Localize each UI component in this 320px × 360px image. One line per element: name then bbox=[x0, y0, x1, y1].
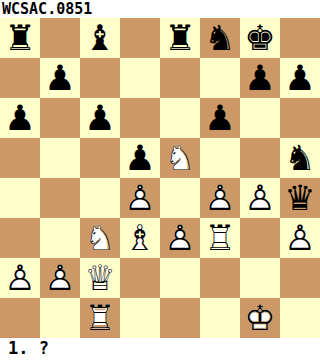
square-a6[interactable]: ♟ bbox=[0, 98, 40, 138]
square-h7[interactable]: ♟ bbox=[280, 58, 320, 98]
square-e1[interactable] bbox=[160, 298, 200, 338]
square-f4[interactable]: ♟♙ bbox=[200, 178, 240, 218]
square-h4[interactable]: ♛ bbox=[280, 178, 320, 218]
square-a2[interactable]: ♟♙ bbox=[0, 258, 40, 298]
square-b6[interactable] bbox=[40, 98, 80, 138]
square-h6[interactable] bbox=[280, 98, 320, 138]
piece-black-pawn: ♟ bbox=[0, 98, 40, 138]
square-b4[interactable] bbox=[40, 178, 80, 218]
square-b3[interactable] bbox=[40, 218, 80, 258]
square-b5[interactable] bbox=[40, 138, 80, 178]
piece-white-pawn: ♙ bbox=[240, 178, 280, 218]
piece-black-queen: ♛ bbox=[280, 178, 320, 218]
square-d8[interactable] bbox=[120, 18, 160, 58]
square-f1[interactable] bbox=[200, 298, 240, 338]
square-f8[interactable]: ♞ bbox=[200, 18, 240, 58]
square-h3[interactable]: ♟♙ bbox=[280, 218, 320, 258]
square-b2[interactable]: ♟♙ bbox=[40, 258, 80, 298]
square-c2[interactable]: ♛♕ bbox=[80, 258, 120, 298]
square-g4[interactable]: ♟♙ bbox=[240, 178, 280, 218]
square-e8[interactable]: ♜ bbox=[160, 18, 200, 58]
square-a5[interactable] bbox=[0, 138, 40, 178]
square-c6[interactable]: ♟ bbox=[80, 98, 120, 138]
square-c7[interactable] bbox=[80, 58, 120, 98]
square-e2[interactable] bbox=[160, 258, 200, 298]
square-c8[interactable]: ♝ bbox=[80, 18, 120, 58]
piece-white-rook: ♖ bbox=[80, 298, 120, 338]
chess-program-window: WCSAC.0851 ♜♝♜♞♚♟♟♟♟♟♟♟♞♘♞♟♙♟♙♟♙♛♞♘♝♗♟♙♜… bbox=[0, 0, 320, 360]
square-e6[interactable] bbox=[160, 98, 200, 138]
white-pawn-body: ♟ bbox=[200, 178, 240, 218]
piece-black-knight: ♞ bbox=[280, 138, 320, 178]
square-d6[interactable] bbox=[120, 98, 160, 138]
square-a1[interactable] bbox=[0, 298, 40, 338]
piece-black-rook: ♜ bbox=[0, 18, 40, 58]
piece-black-pawn: ♟ bbox=[120, 138, 160, 178]
white-king-body: ♚ bbox=[240, 298, 280, 338]
square-d7[interactable] bbox=[120, 58, 160, 98]
piece-black-pawn: ♟ bbox=[280, 58, 320, 98]
square-h8[interactable] bbox=[280, 18, 320, 58]
piece-black-bishop: ♝ bbox=[80, 18, 120, 58]
piece-white-king: ♔ bbox=[240, 298, 280, 338]
square-e7[interactable] bbox=[160, 58, 200, 98]
piece-white-pawn: ♙ bbox=[280, 218, 320, 258]
white-rook-body: ♜ bbox=[80, 298, 120, 338]
piece-white-bishop: ♗ bbox=[120, 218, 160, 258]
piece-black-pawn: ♟ bbox=[200, 98, 240, 138]
square-g6[interactable] bbox=[240, 98, 280, 138]
square-d3[interactable]: ♝♗ bbox=[120, 218, 160, 258]
piece-white-pawn: ♙ bbox=[160, 218, 200, 258]
white-pawn-body: ♟ bbox=[0, 258, 40, 298]
square-g1[interactable]: ♚♔ bbox=[240, 298, 280, 338]
square-c5[interactable] bbox=[80, 138, 120, 178]
piece-black-pawn: ♟ bbox=[240, 58, 280, 98]
piece-black-king: ♚ bbox=[240, 18, 280, 58]
square-h1[interactable] bbox=[280, 298, 320, 338]
white-knight-body: ♞ bbox=[80, 218, 120, 258]
square-a3[interactable] bbox=[0, 218, 40, 258]
square-e3[interactable]: ♟♙ bbox=[160, 218, 200, 258]
square-h2[interactable] bbox=[280, 258, 320, 298]
square-f6[interactable]: ♟ bbox=[200, 98, 240, 138]
piece-black-pawn: ♟ bbox=[80, 98, 120, 138]
square-c4[interactable] bbox=[80, 178, 120, 218]
square-f5[interactable] bbox=[200, 138, 240, 178]
square-d1[interactable] bbox=[120, 298, 160, 338]
square-f7[interactable] bbox=[200, 58, 240, 98]
piece-white-pawn: ♙ bbox=[0, 258, 40, 298]
white-pawn-body: ♟ bbox=[280, 218, 320, 258]
piece-white-rook: ♖ bbox=[200, 218, 240, 258]
piece-black-pawn: ♟ bbox=[40, 58, 80, 98]
piece-white-knight: ♘ bbox=[80, 218, 120, 258]
square-f3[interactable]: ♜♖ bbox=[200, 218, 240, 258]
piece-black-rook: ♜ bbox=[160, 18, 200, 58]
white-rook-body: ♜ bbox=[200, 218, 240, 258]
square-c3[interactable]: ♞♘ bbox=[80, 218, 120, 258]
square-b7[interactable]: ♟ bbox=[40, 58, 80, 98]
piece-white-knight: ♘ bbox=[160, 138, 200, 178]
square-c1[interactable]: ♜♖ bbox=[80, 298, 120, 338]
chess-board: ♜♝♜♞♚♟♟♟♟♟♟♟♞♘♞♟♙♟♙♟♙♛♞♘♝♗♟♙♜♖♟♙♟♙♟♙♛♕♜♖… bbox=[0, 18, 320, 338]
piece-white-pawn: ♙ bbox=[120, 178, 160, 218]
puzzle-title: WCSAC.0851 bbox=[0, 0, 320, 18]
square-g2[interactable] bbox=[240, 258, 280, 298]
white-pawn-body: ♟ bbox=[160, 218, 200, 258]
square-d5[interactable]: ♟ bbox=[120, 138, 160, 178]
piece-white-pawn: ♙ bbox=[40, 258, 80, 298]
white-pawn-body: ♟ bbox=[40, 258, 80, 298]
square-a7[interactable] bbox=[0, 58, 40, 98]
piece-white-queen: ♕ bbox=[80, 258, 120, 298]
square-b8[interactable] bbox=[40, 18, 80, 58]
square-g3[interactable] bbox=[240, 218, 280, 258]
square-g7[interactable]: ♟ bbox=[240, 58, 280, 98]
square-g5[interactable] bbox=[240, 138, 280, 178]
square-g8[interactable]: ♚ bbox=[240, 18, 280, 58]
white-pawn-body: ♟ bbox=[120, 178, 160, 218]
square-e5[interactable]: ♞♘ bbox=[160, 138, 200, 178]
white-queen-body: ♛ bbox=[80, 258, 120, 298]
white-pawn-body: ♟ bbox=[240, 178, 280, 218]
white-knight-body: ♞ bbox=[160, 138, 200, 178]
square-d4[interactable]: ♟♙ bbox=[120, 178, 160, 218]
white-bishop-body: ♝ bbox=[120, 218, 160, 258]
square-b1[interactable] bbox=[40, 298, 80, 338]
square-f2[interactable] bbox=[200, 258, 240, 298]
square-a4[interactable] bbox=[0, 178, 40, 218]
square-h5[interactable]: ♞ bbox=[280, 138, 320, 178]
square-a8[interactable]: ♜ bbox=[0, 18, 40, 58]
move-prompt: 1. ? bbox=[0, 338, 320, 360]
square-e4[interactable] bbox=[160, 178, 200, 218]
square-d2[interactable] bbox=[120, 258, 160, 298]
piece-white-pawn: ♙ bbox=[200, 178, 240, 218]
piece-black-knight: ♞ bbox=[200, 18, 240, 58]
